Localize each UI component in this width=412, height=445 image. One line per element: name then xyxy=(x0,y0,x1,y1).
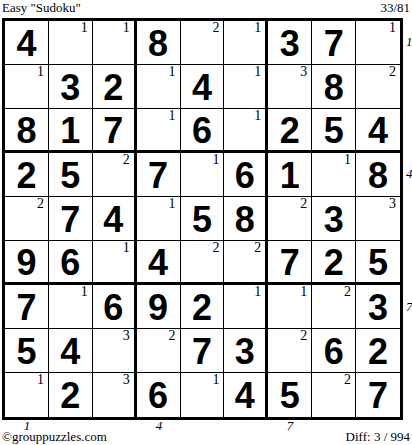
pencil-mark: 1 xyxy=(254,285,261,300)
cell-r5c5[interactable]: 5 xyxy=(181,197,225,241)
cell-r2c7[interactable]: 3 xyxy=(268,65,312,109)
sudoku-grid: 4118213711321413828171612542527161182741… xyxy=(2,18,403,420)
cell-r4c2[interactable]: 5 xyxy=(49,153,93,197)
cell-r2c2[interactable]: 3 xyxy=(49,65,93,109)
cell-r9c1[interactable]: 1 xyxy=(5,373,49,417)
given-digit: 4 xyxy=(148,245,168,281)
pencil-mark: 2 xyxy=(169,329,176,344)
given-digit: 4 xyxy=(235,378,255,414)
cell-r1c4[interactable]: 8 xyxy=(137,21,181,65)
given-digit: 7 xyxy=(324,26,344,62)
given-digit: 8 xyxy=(148,26,168,62)
cell-r7c1[interactable]: 7 xyxy=(5,285,49,329)
given-digit: 5 xyxy=(368,245,388,281)
cell-r5c4[interactable]: 1 xyxy=(137,197,181,241)
cell-r7c3[interactable]: 6 xyxy=(93,285,137,329)
cell-r6c8[interactable]: 2 xyxy=(312,241,356,285)
cell-r9c7[interactable]: 5 xyxy=(268,373,312,417)
header: Easy "Sudoku" 33/81 xyxy=(2,1,410,15)
row-marker-1: 1 xyxy=(406,20,412,64)
cell-r3c6[interactable]: 1 xyxy=(224,109,268,153)
cell-r3c1[interactable]: 8 xyxy=(5,109,49,153)
cell-r8c4[interactable]: 2 xyxy=(137,329,181,373)
given-digit: 2 xyxy=(368,334,388,370)
pencil-mark: 1 xyxy=(300,285,307,300)
given-digit: 6 xyxy=(192,113,212,149)
row-marker-7: 7 xyxy=(406,285,412,329)
cell-r9c4[interactable]: 6 xyxy=(137,373,181,417)
cell-r9c3[interactable]: 3 xyxy=(93,373,137,417)
cell-r8c3[interactable]: 3 xyxy=(93,329,137,373)
given-digit: 4 xyxy=(103,202,123,238)
cell-r8c9[interactable]: 2 xyxy=(356,329,400,373)
row-marker-4: 4 xyxy=(406,152,412,196)
pencil-mark: 1 xyxy=(81,21,88,36)
pencil-mark: 2 xyxy=(123,153,130,168)
cell-r4c4[interactable]: 7 xyxy=(137,153,181,197)
cell-r3c4[interactable]: 1 xyxy=(137,109,181,153)
cell-r4c9[interactable]: 8 xyxy=(356,153,400,197)
pencil-mark: 1 xyxy=(169,109,176,124)
given-digit: 7 xyxy=(60,202,80,238)
cell-r9c9[interactable]: 7 xyxy=(356,373,400,417)
given-digit: 8 xyxy=(324,70,344,106)
given-digit: 7 xyxy=(280,245,300,281)
pencil-mark: 1 xyxy=(123,21,130,36)
pencil-mark: 2 xyxy=(344,285,351,300)
given-digit: 7 xyxy=(368,378,388,414)
cell-r1c2[interactable]: 1 xyxy=(49,21,93,65)
cell-r5c3[interactable]: 4 xyxy=(93,197,137,241)
cell-r2c4[interactable]: 1 xyxy=(137,65,181,109)
given-digit: 3 xyxy=(235,334,255,370)
sudoku-page: Easy "Sudoku" 33/81 41182137113214138281… xyxy=(0,0,412,445)
pencil-mark: 1 xyxy=(212,153,219,168)
pencil-mark: 1 xyxy=(254,109,261,124)
cell-r1c1[interactable]: 4 xyxy=(5,21,49,65)
cell-r6c1[interactable]: 9 xyxy=(5,241,49,285)
given-digit: 3 xyxy=(368,290,388,326)
given-digit: 9 xyxy=(148,290,168,326)
cell-r8c5[interactable]: 7 xyxy=(181,329,225,373)
cell-r4c5[interactable]: 1 xyxy=(181,153,225,197)
cell-r5c8[interactable]: 3 xyxy=(312,197,356,241)
cell-r2c6[interactable]: 1 xyxy=(224,65,268,109)
footer: ©grouppuzzles.com Diff: 3 / 994 xyxy=(2,430,410,444)
given-digit: 4 xyxy=(368,113,388,149)
pencil-mark: 3 xyxy=(123,373,130,388)
pencil-mark: 1 xyxy=(254,21,261,36)
copyright-text: ©grouppuzzles.com xyxy=(2,430,107,444)
cell-r1c5[interactable]: 2 xyxy=(181,21,225,65)
given-digit: 7 xyxy=(103,113,123,149)
pencil-mark: 1 xyxy=(212,373,219,388)
given-digit: 2 xyxy=(103,70,123,106)
given-digit: 4 xyxy=(192,70,212,106)
given-digit: 1 xyxy=(280,158,300,194)
cell-r2c8[interactable]: 8 xyxy=(312,65,356,109)
given-digit: 5 xyxy=(324,113,344,149)
given-digit: 4 xyxy=(60,334,80,370)
given-digit: 8 xyxy=(368,158,388,194)
remaining-counter: 33/81 xyxy=(380,1,410,15)
pencil-mark: 1 xyxy=(389,21,396,36)
given-digit: 3 xyxy=(60,70,80,106)
given-digit: 8 xyxy=(16,113,36,149)
cell-r6c9[interactable]: 5 xyxy=(356,241,400,285)
cell-r6c3[interactable]: 1 xyxy=(93,241,137,285)
pencil-mark: 2 xyxy=(389,65,396,80)
given-digit: 7 xyxy=(16,290,36,326)
cell-r2c3[interactable]: 2 xyxy=(93,65,137,109)
given-digit: 4 xyxy=(16,26,36,62)
cell-r1c8[interactable]: 7 xyxy=(312,21,356,65)
cell-r7c8[interactable]: 2 xyxy=(312,285,356,329)
cell-r7c6[interactable]: 1 xyxy=(224,285,268,329)
cell-r7c9[interactable]: 3 xyxy=(356,285,400,329)
pencil-mark: 3 xyxy=(389,197,396,212)
given-digit: 2 xyxy=(16,158,36,194)
given-digit: 2 xyxy=(60,378,80,414)
given-digit: 5 xyxy=(60,158,80,194)
cell-r5c2[interactable]: 7 xyxy=(49,197,93,241)
pencil-mark: 1 xyxy=(81,285,88,300)
given-digit: 3 xyxy=(324,202,344,238)
pencil-mark: 3 xyxy=(123,329,130,344)
pencil-mark: 1 xyxy=(344,153,351,168)
given-digit: 6 xyxy=(324,334,344,370)
cell-r1c9[interactable]: 1 xyxy=(356,21,400,65)
cell-r3c9[interactable]: 4 xyxy=(356,109,400,153)
cell-r4c7[interactable]: 1 xyxy=(268,153,312,197)
cell-r8c1[interactable]: 5 xyxy=(5,329,49,373)
cell-r8c7[interactable]: 2 xyxy=(268,329,312,373)
pencil-mark: 1 xyxy=(37,373,44,388)
cell-r9c5[interactable]: 1 xyxy=(181,373,225,417)
cell-r3c3[interactable]: 7 xyxy=(93,109,137,153)
cell-r4c3[interactable]: 2 xyxy=(93,153,137,197)
cell-r9c6[interactable]: 4 xyxy=(224,373,268,417)
cell-r1c6[interactable]: 1 xyxy=(224,21,268,65)
pencil-mark: 1 xyxy=(37,65,44,80)
cell-r6c7[interactable]: 7 xyxy=(268,241,312,285)
cell-r6c5[interactable]: 2 xyxy=(181,241,225,285)
cell-r3c8[interactable]: 5 xyxy=(312,109,356,153)
given-digit: 2 xyxy=(324,245,344,281)
given-digit: 7 xyxy=(148,158,168,194)
pencil-mark: 2 xyxy=(344,373,351,388)
cell-r9c8[interactable]: 2 xyxy=(312,373,356,417)
cell-r6c4[interactable]: 4 xyxy=(137,241,181,285)
pencil-mark: 2 xyxy=(37,197,44,212)
cell-r8c8[interactable]: 6 xyxy=(312,329,356,373)
given-digit: 2 xyxy=(280,113,300,149)
cell-r2c5[interactable]: 4 xyxy=(181,65,225,109)
cell-r7c2[interactable]: 1 xyxy=(49,285,93,329)
pencil-mark: 1 xyxy=(169,65,176,80)
pencil-mark: 2 xyxy=(300,197,307,212)
given-digit: 1 xyxy=(60,113,80,149)
cell-r6c2[interactable]: 6 xyxy=(49,241,93,285)
cell-r5c1[interactable]: 2 xyxy=(5,197,49,241)
pencil-mark: 1 xyxy=(123,241,130,256)
cell-r3c5[interactable]: 6 xyxy=(181,109,225,153)
cell-r2c9[interactable]: 2 xyxy=(356,65,400,109)
pencil-mark: 2 xyxy=(212,241,219,256)
pencil-mark: 3 xyxy=(300,65,307,80)
cell-r7c4[interactable]: 9 xyxy=(137,285,181,329)
cell-r3c2[interactable]: 1 xyxy=(49,109,93,153)
given-digit: 9 xyxy=(16,245,36,281)
cell-r9c2[interactable]: 2 xyxy=(49,373,93,417)
cell-r4c8[interactable]: 1 xyxy=(312,153,356,197)
cell-r5c7[interactable]: 2 xyxy=(268,197,312,241)
pencil-mark: 2 xyxy=(212,21,219,36)
given-digit: 5 xyxy=(16,334,36,370)
given-digit: 6 xyxy=(103,290,123,326)
given-digit: 8 xyxy=(235,202,255,238)
difficulty-text: Diff: 3 / 994 xyxy=(346,430,410,444)
cell-r7c5[interactable]: 2 xyxy=(181,285,225,329)
given-digit: 5 xyxy=(280,378,300,414)
cell-r1c7[interactable]: 3 xyxy=(268,21,312,65)
given-digit: 6 xyxy=(148,378,168,414)
cell-r4c6[interactable]: 6 xyxy=(224,153,268,197)
cell-r4c1[interactable]: 2 xyxy=(5,153,49,197)
given-digit: 2 xyxy=(192,290,212,326)
cell-r8c6[interactable]: 3 xyxy=(224,329,268,373)
page-title: Easy "Sudoku" xyxy=(2,1,81,15)
pencil-mark: 2 xyxy=(300,329,307,344)
given-digit: 5 xyxy=(192,202,212,238)
given-digit: 6 xyxy=(60,245,80,281)
cell-r1c3[interactable]: 1 xyxy=(93,21,137,65)
pencil-mark: 1 xyxy=(169,197,176,212)
cell-r7c7[interactable]: 1 xyxy=(268,285,312,329)
given-digit: 7 xyxy=(192,334,212,370)
cell-r5c9[interactable]: 3 xyxy=(356,197,400,241)
cell-r3c7[interactable]: 2 xyxy=(268,109,312,153)
cell-r6c6[interactable]: 2 xyxy=(224,241,268,285)
cell-r2c1[interactable]: 1 xyxy=(5,65,49,109)
given-digit: 3 xyxy=(280,26,300,62)
given-digit: 6 xyxy=(235,158,255,194)
pencil-mark: 2 xyxy=(254,241,261,256)
cell-r8c2[interactable]: 4 xyxy=(49,329,93,373)
cell-r5c6[interactable]: 8 xyxy=(224,197,268,241)
pencil-mark: 1 xyxy=(254,65,261,80)
